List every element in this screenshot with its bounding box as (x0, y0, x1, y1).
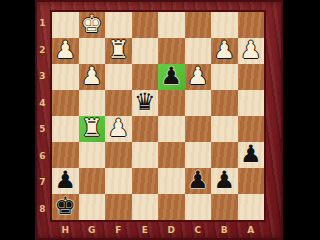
square-g1[interactable]: ♚ (79, 12, 106, 38)
file-labels: HGFEDCBA (52, 222, 264, 238)
square-a4[interactable] (238, 90, 265, 116)
square-g3[interactable]: ♟ (79, 64, 106, 90)
square-c3[interactable]: ♟ (185, 64, 212, 90)
piece-white-pawn[interactable]: ♟ (107, 116, 129, 140)
square-b5[interactable] (211, 116, 238, 142)
square-f8[interactable] (105, 194, 132, 220)
piece-black-pawn[interactable]: ♟ (187, 168, 209, 192)
square-b6[interactable] (211, 142, 238, 168)
square-c4[interactable] (185, 90, 212, 116)
square-c1[interactable] (185, 12, 212, 38)
square-g6[interactable] (79, 142, 106, 168)
piece-white-pawn[interactable]: ♟ (54, 38, 76, 62)
piece-black-pawn[interactable]: ♟ (240, 142, 262, 166)
piece-white-king[interactable]: ♚ (81, 12, 103, 36)
square-b3[interactable] (211, 64, 238, 90)
square-h2[interactable]: ♟ (52, 38, 79, 64)
square-h7[interactable]: ♟ (52, 168, 79, 194)
piece-white-rook[interactable]: ♜ (81, 116, 103, 140)
square-b1[interactable] (211, 12, 238, 38)
square-a1[interactable] (238, 12, 265, 38)
square-f7[interactable] (105, 168, 132, 194)
piece-white-pawn[interactable]: ♟ (240, 38, 262, 62)
square-f1[interactable] (105, 12, 132, 38)
square-e4[interactable]: ♛ (132, 90, 159, 116)
piece-black-pawn[interactable]: ♟ (160, 64, 182, 88)
rank-label-8: 8 (35, 196, 50, 223)
rank-label-7: 7 (35, 169, 50, 196)
square-d1[interactable] (158, 12, 185, 38)
rank-labels: 12345678 (35, 10, 50, 222)
square-h8[interactable]: ♚ (52, 194, 79, 220)
piece-black-pawn[interactable]: ♟ (54, 168, 76, 192)
square-d4[interactable] (158, 90, 185, 116)
square-h5[interactable] (52, 116, 79, 142)
file-label-e: E (132, 222, 159, 238)
square-b8[interactable] (211, 194, 238, 220)
square-e8[interactable] (132, 194, 159, 220)
square-h4[interactable] (52, 90, 79, 116)
square-e6[interactable] (132, 142, 159, 168)
square-a7[interactable] (238, 168, 265, 194)
square-f6[interactable] (105, 142, 132, 168)
square-f3[interactable] (105, 64, 132, 90)
square-a5[interactable] (238, 116, 265, 142)
chess-board: ♚♟♜♟♟♟♟♟♛♜♟♟♟♟♟♚ (50, 10, 266, 222)
square-a8[interactable] (238, 194, 265, 220)
square-a6[interactable]: ♟ (238, 142, 265, 168)
file-label-b: B (211, 222, 238, 238)
piece-black-pawn[interactable]: ♟ (213, 168, 235, 192)
square-d8[interactable] (158, 194, 185, 220)
file-label-h: H (52, 222, 79, 238)
square-c7[interactable]: ♟ (185, 168, 212, 194)
rank-label-3: 3 (35, 63, 50, 90)
square-f2[interactable]: ♜ (105, 38, 132, 64)
rank-label-2: 2 (35, 37, 50, 64)
chess-video-frame: 12345678 ♚♟♜♟♟♟♟♟♛♜♟♟♟♟♟♚ HGFEDCBA (0, 0, 320, 240)
square-d7[interactable] (158, 168, 185, 194)
rank-label-1: 1 (35, 10, 50, 37)
letterbox-left (0, 0, 35, 240)
square-g4[interactable] (79, 90, 106, 116)
square-d2[interactable] (158, 38, 185, 64)
square-a2[interactable]: ♟ (238, 38, 265, 64)
square-a3[interactable] (238, 64, 265, 90)
square-d3[interactable]: ♟ (158, 64, 185, 90)
piece-white-pawn[interactable]: ♟ (187, 64, 209, 88)
file-label-c: C (185, 222, 212, 238)
square-e1[interactable] (132, 12, 159, 38)
file-label-f: F (105, 222, 132, 238)
square-g5[interactable]: ♜ (79, 116, 106, 142)
square-c2[interactable] (185, 38, 212, 64)
file-label-g: G (79, 222, 106, 238)
square-b7[interactable]: ♟ (211, 168, 238, 194)
piece-white-pawn[interactable]: ♟ (213, 38, 235, 62)
square-c6[interactable] (185, 142, 212, 168)
square-e7[interactable] (132, 168, 159, 194)
square-e3[interactable] (132, 64, 159, 90)
piece-black-queen[interactable]: ♛ (134, 90, 156, 114)
square-g8[interactable] (79, 194, 106, 220)
square-b2[interactable]: ♟ (211, 38, 238, 64)
square-h3[interactable] (52, 64, 79, 90)
piece-white-rook[interactable]: ♜ (107, 38, 129, 62)
square-c5[interactable] (185, 116, 212, 142)
letterbox-right (283, 0, 320, 240)
rank-label-6: 6 (35, 143, 50, 170)
rank-label-5: 5 (35, 116, 50, 143)
square-b4[interactable] (211, 90, 238, 116)
square-h1[interactable] (52, 12, 79, 38)
square-g7[interactable] (79, 168, 106, 194)
square-c8[interactable] (185, 194, 212, 220)
file-label-a: A (238, 222, 265, 238)
square-e5[interactable] (132, 116, 159, 142)
square-h6[interactable] (52, 142, 79, 168)
file-label-d: D (158, 222, 185, 238)
square-d6[interactable] (158, 142, 185, 168)
square-d5[interactable] (158, 116, 185, 142)
square-g2[interactable] (79, 38, 106, 64)
square-f5[interactable]: ♟ (105, 116, 132, 142)
piece-black-king[interactable]: ♚ (54, 194, 76, 218)
rank-label-4: 4 (35, 90, 50, 117)
piece-white-pawn[interactable]: ♟ (81, 64, 103, 88)
square-f4[interactable] (105, 90, 132, 116)
square-e2[interactable] (132, 38, 159, 64)
